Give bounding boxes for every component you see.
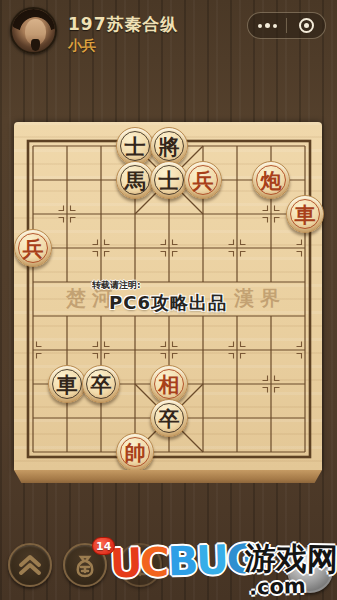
pagoda-icon [128,552,152,578]
exit-button[interactable] [287,13,325,38]
piece-glyph: 兵 [193,170,214,191]
piece-red-炮-7-1[interactable]: 炮 [252,161,290,199]
avatar-beard [31,39,40,51]
piece-glyph: 車 [295,204,316,225]
piece-black-馬-3-1[interactable]: 馬 [116,161,154,199]
piece-black-卒-2-7[interactable]: 卒 [82,365,120,403]
piece-red-車-8-2[interactable]: 車 [286,195,324,233]
piece-black-車-1-7[interactable]: 車 [48,365,86,403]
piece-glyph: 卒 [159,408,180,429]
money-bag-icon [72,551,98,579]
player-rank: 小兵 [68,37,96,55]
piece-glyph: 卒 [91,374,112,395]
level-title: 197苏秦合纵 [68,13,179,36]
piece-black-士-3-0[interactable]: 士 [116,127,154,165]
board-3d-edge [14,470,322,483]
xiangqi-board[interactable]: 楚河 漢界 转载请注明: PC6攻略出品 士將馬士兵炮車兵車卒相卒帥 [14,122,322,470]
piece-glyph: 將 [159,136,180,157]
more-dots-icon [258,23,277,28]
piece-glyph: 相 [159,374,180,395]
collapse-menu-button[interactable] [8,543,52,587]
piece-red-兵-5-1[interactable]: 兵 [184,161,222,199]
piece-red-相-4-7[interactable]: 相 [150,365,188,403]
extra-tool-button[interactable] [118,543,162,587]
piece-glyph: 士 [125,136,146,157]
piece-black-卒-4-8[interactable]: 卒 [150,399,188,437]
piece-glyph: 炮 [261,170,282,191]
more-button[interactable] [248,13,286,38]
voice-button[interactable] [287,547,333,593]
exit-circle-icon [299,18,314,33]
piece-glyph: 兵 [23,238,44,259]
piece-glyph: 士 [159,170,180,191]
piece-red-兵-0-3[interactable]: 兵 [14,229,52,267]
piece-glyph: 馬 [125,170,146,191]
pc6-watermark-brand: PC6攻略出品 [14,291,322,315]
piece-black-將-4-0[interactable]: 將 [150,127,188,165]
chevron-up-icon [16,553,44,577]
piece-glyph: 帥 [125,442,146,463]
player-avatar[interactable] [10,7,57,54]
piece-glyph: 車 [57,374,78,395]
piece-black-士-4-1[interactable]: 士 [150,161,188,199]
piece-red-帥-3-9[interactable]: 帥 [116,433,154,471]
app-window: 197苏秦合纵 小兵 楚河 漢界 转载请注明: PC6攻略出品 士將馬士兵炮車兵… [0,0,337,600]
reward-badge: 14 [92,537,115,555]
miniprogram-capsule [247,12,326,39]
